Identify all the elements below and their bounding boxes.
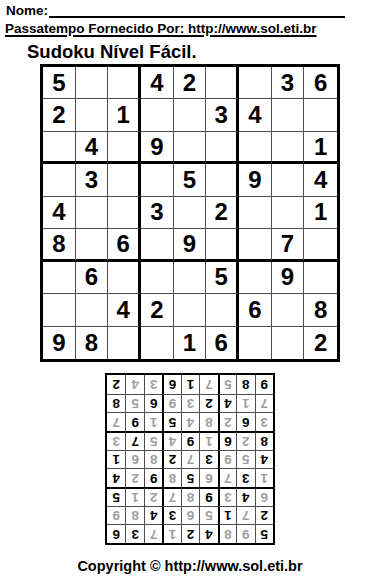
solution-cell-r7c8: 9: [125, 412, 143, 431]
sudoku-cell-r8c1[interactable]: [43, 294, 76, 326]
solution-cell-r8c3: 4: [218, 394, 236, 413]
solution-cell-r1c1: 5: [255, 524, 273, 543]
sudoku-cell-r5c6: 2: [206, 197, 239, 229]
solution-cell-r6c8: 7: [125, 431, 143, 450]
solution-cell-r9c9: 2: [107, 375, 125, 394]
sudoku-cell-r5c5[interactable]: [174, 197, 207, 229]
solution-cell-r7c7: 1: [144, 412, 162, 431]
solution-cell-r5c1: 4: [255, 450, 273, 469]
sudoku-cell-r4c9: 4: [304, 164, 337, 196]
sudoku-puzzle-grid: 542362134491359443218697659426898162: [40, 64, 340, 362]
sudoku-cell-r2c7: 4: [239, 99, 272, 131]
solution-cell-r9c8: 4: [125, 375, 143, 394]
name-row: Nome:: [6, 3, 345, 18]
sudoku-cell-r1c7[interactable]: [239, 67, 272, 99]
sudoku-cell-r6c4[interactable]: [141, 229, 174, 261]
sudoku-cell-r3c4: 9: [141, 132, 174, 164]
solution-cell-r1c7: 7: [144, 524, 162, 543]
solution-cell-r1c2: 9: [236, 524, 254, 543]
sudoku-cell-r2c5[interactable]: [174, 99, 207, 131]
sudoku-cell-r3c6[interactable]: [206, 132, 239, 164]
solution-cell-r6c2: 2: [236, 431, 254, 450]
solution-cell-r3c1: 6: [255, 487, 273, 506]
sudoku-cell-r5c7[interactable]: [239, 197, 272, 229]
solution-cell-r4c9: 4: [107, 468, 125, 487]
solution-cell-r2c5: 6: [181, 506, 199, 525]
sudoku-cell-r2c4[interactable]: [141, 99, 174, 131]
sudoku-cell-r5c4: 3: [141, 197, 174, 229]
sudoku-cell-r1c1: 5: [43, 67, 76, 99]
sudoku-cell-r8c8[interactable]: [272, 294, 305, 326]
solution-cell-r6c9: 3: [107, 431, 125, 450]
solution-cell-r7c5: 4: [181, 412, 199, 431]
solution-cell-r1c9: 6: [107, 524, 125, 543]
solution-cell-r8c9: 8: [107, 394, 125, 413]
sudoku-cell-r4c2: 3: [76, 164, 109, 196]
sudoku-cell-r8c3: 4: [108, 294, 141, 326]
solution-cell-r7c2: 6: [236, 412, 254, 431]
sudoku-cell-r3c8[interactable]: [272, 132, 305, 164]
solution-cell-r6c1: 8: [255, 431, 273, 450]
solution-cell-r6c4: 1: [199, 431, 217, 450]
sudoku-cell-r4c1[interactable]: [43, 164, 76, 196]
sudoku-cell-r8c6[interactable]: [206, 294, 239, 326]
page-title: Sudoku Nível Fácil.: [27, 41, 380, 62]
sudoku-cell-r4c3[interactable]: [108, 164, 141, 196]
solution-cell-r4c6: 8: [162, 468, 180, 487]
sudoku-cell-r4c7: 9: [239, 164, 272, 196]
solution-cell-r4c8: 2: [125, 468, 143, 487]
solution-cell-r1c5: 2: [181, 524, 199, 543]
solution-cell-r3c2: 4: [236, 487, 254, 506]
sudoku-cell-r8c4: 2: [141, 294, 174, 326]
sudoku-cell-r6c8: 7: [272, 229, 305, 261]
sudoku-cell-r8c2[interactable]: [76, 294, 109, 326]
solution-cell-r1c3: 8: [218, 524, 236, 543]
solution-cell-r7c3: 2: [218, 412, 236, 431]
sudoku-cell-r6c3: 6: [108, 229, 141, 261]
solution-cell-r4c4: 6: [199, 468, 217, 487]
solution-cell-r5c3: 9: [218, 450, 236, 469]
sudoku-cell-r4c6[interactable]: [206, 164, 239, 196]
sudoku-cell-r7c1[interactable]: [43, 262, 76, 294]
sudoku-cell-r2c9[interactable]: [304, 99, 337, 131]
sudoku-cell-r5c8[interactable]: [272, 197, 305, 229]
sudoku-cell-r9c5: 1: [174, 327, 207, 359]
solution-cell-r6c7: 5: [144, 431, 162, 450]
solution-cell-r3c6: 7: [162, 487, 180, 506]
solution-cell-r3c7: 2: [144, 487, 162, 506]
solution-cell-r2c3: 1: [218, 506, 236, 525]
sudoku-cell-r4c5: 5: [174, 164, 207, 196]
sudoku-cell-r7c2: 6: [76, 262, 109, 294]
solution-cell-r4c2: 3: [236, 468, 254, 487]
solution-cell-r4c7: 9: [144, 468, 162, 487]
sudoku-cell-r1c4: 4: [141, 67, 174, 99]
sudoku-cell-r2c1: 2: [43, 99, 76, 131]
solution-cell-r4c1: 1: [255, 468, 273, 487]
sudoku-cell-r3c2: 4: [76, 132, 109, 164]
solution-cell-r2c1: 2: [255, 506, 273, 525]
solution-cell-r5c9: 1: [107, 450, 125, 469]
sudoku-cell-r1c6[interactable]: [206, 67, 239, 99]
solution-cell-r7c1: 3: [255, 412, 273, 431]
solution-cell-r9c1: 9: [255, 375, 273, 394]
solution-cell-r2c8: 8: [125, 506, 143, 525]
solution-cell-r6c6: 4: [162, 431, 180, 450]
sudoku-cell-r9c6: 6: [206, 327, 239, 359]
solution-cell-r8c1: 7: [255, 394, 273, 413]
solution-cell-r5c5: 7: [181, 450, 199, 469]
sudoku-cell-r9c2: 8: [76, 327, 109, 359]
sudoku-cell-r2c3: 1: [108, 99, 141, 131]
solution-cell-r5c2: 5: [236, 450, 254, 469]
solution-cell-r5c4: 3: [199, 450, 217, 469]
sudoku-cell-r7c5[interactable]: [174, 262, 207, 294]
solution-cell-r2c4: 5: [199, 506, 217, 525]
solution-cell-r2c6: 3: [162, 506, 180, 525]
sudoku-cell-r5c3[interactable]: [108, 197, 141, 229]
worksheet-page: Nome: Passatempo Fornecido Por: http://w…: [0, 0, 380, 585]
sudoku-solution-grid: 5984217362715634896439872151376589244593…: [105, 373, 275, 545]
sudoku-cell-r4c4[interactable]: [141, 164, 174, 196]
sudoku-cell-r2c8[interactable]: [272, 99, 305, 131]
solution-cell-r9c2: 8: [236, 375, 254, 394]
sudoku-cell-r7c8: 9: [272, 262, 305, 294]
solution-cell-r1c4: 4: [199, 524, 217, 543]
sudoku-cell-r4c8[interactable]: [272, 164, 305, 196]
sudoku-cell-r9c9: 2: [304, 327, 337, 359]
sudoku-cell-r1c5: 2: [174, 67, 207, 99]
sudoku-cell-r1c3[interactable]: [108, 67, 141, 99]
sudoku-cell-r9c4[interactable]: [141, 327, 174, 359]
solution-cell-r3c3: 3: [218, 487, 236, 506]
solution-cell-r4c3: 7: [218, 468, 236, 487]
sudoku-cell-r1c8: 3: [272, 67, 305, 99]
solution-cell-r7c6: 5: [162, 412, 180, 431]
solution-cell-r6c5: 9: [181, 431, 199, 450]
sudoku-cell-r3c1[interactable]: [43, 132, 76, 164]
sudoku-cell-r9c1: 9: [43, 327, 76, 359]
sudoku-cell-r8c9: 8: [304, 294, 337, 326]
copyright-text: Copyright © http://www.sol.eti.br: [0, 558, 380, 574]
solution-cell-r9c7: 3: [144, 375, 162, 394]
sudoku-cell-r1c2[interactable]: [76, 67, 109, 99]
solution-cell-r7c4: 8: [199, 412, 217, 431]
sudoku-cell-r7c3[interactable]: [108, 262, 141, 294]
solution-cell-r8c7: 6: [144, 394, 162, 413]
solution-cell-r5c6: 2: [162, 450, 180, 469]
sudoku-cell-r6c1: 8: [43, 229, 76, 261]
sudoku-cell-r7c6: 5: [206, 262, 239, 294]
name-blank-line[interactable]: [49, 12, 345, 18]
sudoku-cell-r3c7[interactable]: [239, 132, 272, 164]
sudoku-cell-r5c1: 4: [43, 197, 76, 229]
solution-cell-r2c9: 9: [107, 506, 125, 525]
solution-cell-r3c5: 8: [181, 487, 199, 506]
solution-cell-r9c5: 1: [181, 375, 199, 394]
sudoku-cell-r6c7[interactable]: [239, 229, 272, 261]
solution-cell-r9c4: 7: [199, 375, 217, 394]
provider-line: Passatempo Fornecido Por: http://www.sol…: [5, 21, 380, 36]
sudoku-cell-r6c5: 9: [174, 229, 207, 261]
sudoku-cell-r7c4[interactable]: [141, 262, 174, 294]
sudoku-cell-r9c7[interactable]: [239, 327, 272, 359]
solution-cell-r9c6: 6: [162, 375, 180, 394]
solution-cell-r5c7: 8: [144, 450, 162, 469]
solution-cell-r1c8: 3: [125, 524, 143, 543]
sudoku-cell-r6c9[interactable]: [304, 229, 337, 261]
solution-cell-r8c6: 9: [162, 394, 180, 413]
sudoku-cell-r2c2[interactable]: [76, 99, 109, 131]
sudoku-cell-r6c2[interactable]: [76, 229, 109, 261]
name-label: Nome:: [6, 3, 48, 18]
sudoku-cell-r8c5[interactable]: [174, 294, 207, 326]
solution-cell-r2c2: 7: [236, 506, 254, 525]
sudoku-cell-r8c7: 6: [239, 294, 272, 326]
sudoku-cell-r7c7[interactable]: [239, 262, 272, 294]
sudoku-cell-r3c3[interactable]: [108, 132, 141, 164]
solution-cell-r3c8: 1: [125, 487, 143, 506]
sudoku-cell-r5c9: 1: [304, 197, 337, 229]
solution-cell-r8c5: 3: [181, 394, 199, 413]
solution-cell-r8c4: 2: [199, 394, 217, 413]
sudoku-cell-r6c6[interactable]: [206, 229, 239, 261]
sudoku-cell-r1c9: 6: [304, 67, 337, 99]
solution-cell-r3c4: 9: [199, 487, 217, 506]
solution-cell-r2c7: 4: [144, 506, 162, 525]
sudoku-cell-r3c5[interactable]: [174, 132, 207, 164]
solution-cell-r8c8: 5: [125, 394, 143, 413]
solution-cell-r8c2: 1: [236, 394, 254, 413]
solution-cell-r4c5: 5: [181, 468, 199, 487]
sudoku-cell-r2c6: 3: [206, 99, 239, 131]
sudoku-cell-r5c2[interactable]: [76, 197, 109, 229]
sudoku-cell-r9c8[interactable]: [272, 327, 305, 359]
solution-cell-r6c3: 6: [218, 431, 236, 450]
solution-cell-r3c9: 5: [107, 487, 125, 506]
solution-cell-r1c6: 1: [162, 524, 180, 543]
sudoku-cell-r7c9[interactable]: [304, 262, 337, 294]
sudoku-cell-r3c9: 1: [304, 132, 337, 164]
solution-cell-r5c8: 6: [125, 450, 143, 469]
sudoku-cell-r9c3[interactable]: [108, 327, 141, 359]
solution-cell-r9c3: 5: [218, 375, 236, 394]
solution-cell-r7c9: 7: [107, 412, 125, 431]
